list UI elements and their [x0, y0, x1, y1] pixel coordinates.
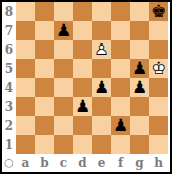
- square-c1[interactable]: [54, 135, 73, 154]
- black-pawn-d3: ♟: [73, 97, 92, 116]
- square-g1[interactable]: [130, 135, 149, 154]
- rank-label-7: 7: [2, 21, 16, 40]
- square-c8[interactable]: [54, 2, 73, 21]
- square-e2[interactable]: [92, 116, 111, 135]
- square-d3[interactable]: ♟: [73, 97, 92, 116]
- square-f4[interactable]: [111, 78, 130, 97]
- square-f3[interactable]: [111, 97, 130, 116]
- rank-label-1: 1: [2, 135, 16, 154]
- square-c7[interactable]: ♟: [54, 21, 73, 40]
- square-f2[interactable]: ♟: [111, 116, 130, 135]
- square-d8[interactable]: [73, 2, 92, 21]
- square-f1[interactable]: [111, 135, 130, 154]
- square-e3[interactable]: [92, 97, 111, 116]
- square-b2[interactable]: [35, 116, 54, 135]
- square-c6[interactable]: [54, 40, 73, 59]
- file-label-h: h: [149, 154, 168, 171]
- square-c3[interactable]: [54, 97, 73, 116]
- square-e4[interactable]: ♟: [92, 78, 111, 97]
- square-g6[interactable]: [130, 40, 149, 59]
- square-a4[interactable]: [16, 78, 35, 97]
- square-d2[interactable]: [73, 116, 92, 135]
- white-pawn-e6: ♟♙: [92, 40, 111, 59]
- square-g3[interactable]: [130, 97, 149, 116]
- black-king-h8: ♚: [149, 2, 168, 21]
- file-label-g: g: [130, 154, 149, 171]
- square-h6[interactable]: [149, 40, 168, 59]
- square-a6[interactable]: [16, 40, 35, 59]
- square-e6[interactable]: ♟♙: [92, 40, 111, 59]
- square-d6[interactable]: [73, 40, 92, 59]
- rank-label-8: 8: [2, 2, 16, 21]
- file-label-e: e: [92, 154, 111, 171]
- square-d4[interactable]: [73, 78, 92, 97]
- rank-label-6: 6: [2, 40, 16, 59]
- square-b5[interactable]: [35, 59, 54, 78]
- file-label-b: b: [35, 154, 54, 171]
- square-a7[interactable]: [16, 21, 35, 40]
- square-g5[interactable]: ♟: [130, 59, 149, 78]
- rank-label-2: 2: [2, 116, 16, 135]
- square-e5[interactable]: [92, 59, 111, 78]
- file-label-d: d: [73, 154, 92, 171]
- square-e1[interactable]: [92, 135, 111, 154]
- square-a1[interactable]: [16, 135, 35, 154]
- black-pawn-f2: ♟: [111, 116, 130, 135]
- square-h3[interactable]: [149, 97, 168, 116]
- file-label-f: f: [111, 154, 130, 171]
- square-d7[interactable]: [73, 21, 92, 40]
- square-h8[interactable]: ♚: [149, 2, 168, 21]
- chessboard: 8♚7♟6♟♙5♟♚♔4♟♟3♟2♟1○abcdefgh: [2, 2, 170, 171]
- square-e7[interactable]: [92, 21, 111, 40]
- square-c2[interactable]: [54, 116, 73, 135]
- square-e8[interactable]: [92, 2, 111, 21]
- square-g7[interactable]: [130, 21, 149, 40]
- file-label-a: a: [16, 154, 35, 171]
- chess-diagram: 8♚7♟6♟♙5♟♚♔4♟♟3♟2♟1○abcdefgh: [0, 0, 172, 174]
- black-pawn-e4: ♟: [92, 78, 111, 97]
- square-a2[interactable]: [16, 116, 35, 135]
- rank-label-5: 5: [2, 59, 16, 78]
- black-pawn-g4: ♟: [130, 78, 149, 97]
- square-f5[interactable]: [111, 59, 130, 78]
- square-b1[interactable]: [35, 135, 54, 154]
- white-king-h5: ♚♔: [149, 59, 168, 78]
- square-a3[interactable]: [16, 97, 35, 116]
- square-d1[interactable]: [73, 135, 92, 154]
- side-to-move-indicator: ○: [2, 154, 16, 171]
- square-h4[interactable]: [149, 78, 168, 97]
- square-b7[interactable]: [35, 21, 54, 40]
- square-h1[interactable]: [149, 135, 168, 154]
- square-g2[interactable]: [130, 116, 149, 135]
- square-g4[interactable]: ♟: [130, 78, 149, 97]
- square-c5[interactable]: [54, 59, 73, 78]
- black-pawn-c7: ♟: [54, 21, 73, 40]
- square-b6[interactable]: [35, 40, 54, 59]
- square-a5[interactable]: [16, 59, 35, 78]
- square-a8[interactable]: [16, 2, 35, 21]
- square-f7[interactable]: [111, 21, 130, 40]
- rank-label-4: 4: [2, 78, 16, 97]
- square-g8[interactable]: [130, 2, 149, 21]
- black-pawn-g5: ♟: [130, 59, 149, 78]
- square-b4[interactable]: [35, 78, 54, 97]
- square-b8[interactable]: [35, 2, 54, 21]
- square-c4[interactable]: [54, 78, 73, 97]
- square-f8[interactable]: [111, 2, 130, 21]
- square-h2[interactable]: [149, 116, 168, 135]
- square-h5[interactable]: ♚♔: [149, 59, 168, 78]
- rank-label-3: 3: [2, 97, 16, 116]
- square-d5[interactable]: [73, 59, 92, 78]
- square-b3[interactable]: [35, 97, 54, 116]
- square-h7[interactable]: [149, 21, 168, 40]
- square-f6[interactable]: [111, 40, 130, 59]
- file-label-c: c: [54, 154, 73, 171]
